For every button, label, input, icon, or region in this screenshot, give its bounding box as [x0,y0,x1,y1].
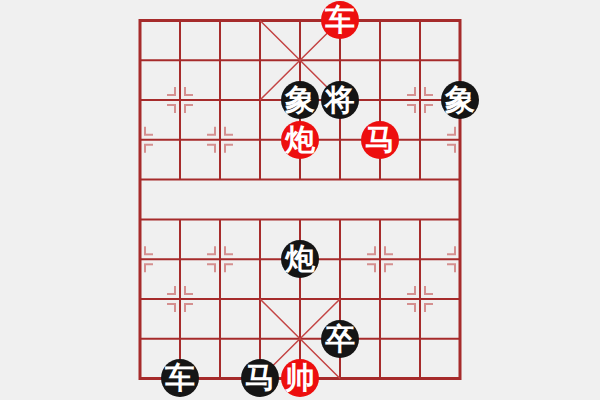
xiangqi-board: 车象将象炮马炮卒车马帅 [0,0,600,400]
piece-black-elephant[interactable]: 象 [441,81,479,119]
piece-red-horse[interactable]: 马 [361,121,399,159]
piece-red-general[interactable]: 帅 [281,359,319,397]
piece-red-cannon[interactable]: 炮 [281,121,319,159]
piece-black-chariot[interactable]: 车 [161,359,199,397]
piece-grid: 车象将象炮马炮卒车马帅 [120,1,480,399]
piece-black-soldier[interactable]: 卒 [321,320,359,358]
piece-red-chariot[interactable]: 车 [321,1,359,39]
piece-black-general[interactable]: 将 [321,81,359,119]
piece-black-elephant[interactable]: 象 [281,81,319,119]
piece-black-cannon[interactable]: 炮 [281,240,319,278]
piece-black-horse[interactable]: 马 [241,359,279,397]
